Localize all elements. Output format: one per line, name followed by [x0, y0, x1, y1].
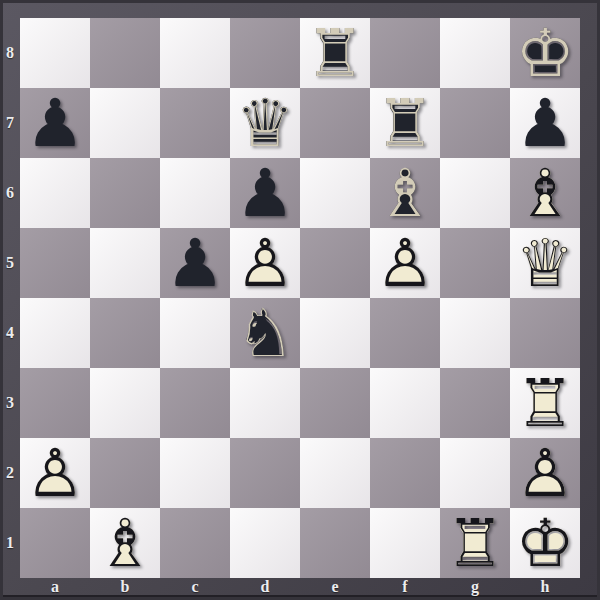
black-pawn-glyph: ♟	[230, 158, 300, 228]
file-label-d: d	[230, 577, 300, 596]
square-b2[interactable]	[90, 438, 160, 508]
square-b1[interactable]: ♝♗	[90, 508, 160, 578]
square-a2[interactable]: ♟♙	[20, 438, 90, 508]
rank-label-3: 3	[0, 368, 20, 438]
black-king-outline-glyph: ♔	[510, 18, 580, 88]
square-d5[interactable]: ♟♙	[230, 228, 300, 298]
piece-black-queen[interactable]: ♛♕	[230, 88, 300, 158]
piece-black-pawn[interactable]: ♟	[230, 158, 300, 228]
black-rook-outline-glyph: ♖	[300, 18, 370, 88]
square-g8[interactable]	[440, 18, 510, 88]
white-pawn-outline-glyph: ♙	[20, 438, 90, 508]
black-rook-outline-glyph: ♖	[370, 88, 440, 158]
square-e7[interactable]	[300, 88, 370, 158]
square-g3[interactable]	[440, 368, 510, 438]
square-h1[interactable]: ♚♔	[510, 508, 580, 578]
black-pawn-glyph: ♟	[20, 88, 90, 158]
square-c8[interactable]	[160, 18, 230, 88]
black-queen-outline-glyph: ♕	[230, 88, 300, 158]
square-c2[interactable]	[160, 438, 230, 508]
chess-board: ♜♖♚♔♟♛♕♜♖♟♟♝♗♝♗♟♟♙♟♙♛♕♞♘♜♖♟♙♟♙♝♗♜♖♚♔	[20, 18, 580, 578]
square-a3[interactable]	[20, 368, 90, 438]
piece-white-pawn[interactable]: ♟♙	[510, 438, 580, 508]
square-c4[interactable]	[160, 298, 230, 368]
white-bishop-outline-glyph: ♗	[90, 508, 160, 578]
square-a4[interactable]	[20, 298, 90, 368]
rank-label-2: 2	[0, 438, 20, 508]
square-g4[interactable]	[440, 298, 510, 368]
square-c5[interactable]: ♟	[160, 228, 230, 298]
square-a8[interactable]	[20, 18, 90, 88]
piece-white-bishop[interactable]: ♝♗	[510, 158, 580, 228]
white-pawn-outline-glyph: ♙	[370, 228, 440, 298]
white-queen-outline-glyph: ♕	[510, 228, 580, 298]
square-g2[interactable]	[440, 438, 510, 508]
file-label-f: f	[370, 577, 440, 596]
piece-black-knight[interactable]: ♞♘	[230, 298, 300, 368]
square-e3[interactable]	[300, 368, 370, 438]
square-d4[interactable]: ♞♘	[230, 298, 300, 368]
file-label-c: c	[160, 577, 230, 596]
square-b5[interactable]	[90, 228, 160, 298]
square-f2[interactable]	[370, 438, 440, 508]
file-label-b: b	[90, 577, 160, 596]
piece-black-rook[interactable]: ♜♖	[300, 18, 370, 88]
rank-label-7: 7	[0, 88, 20, 158]
square-h7[interactable]: ♟	[510, 88, 580, 158]
piece-black-pawn[interactable]: ♟	[510, 88, 580, 158]
rank-label-1: 1	[0, 508, 20, 578]
square-f3[interactable]	[370, 368, 440, 438]
rank-label-6: 6	[0, 158, 20, 228]
piece-black-pawn[interactable]: ♟	[20, 88, 90, 158]
square-h5[interactable]: ♛♕	[510, 228, 580, 298]
square-d8[interactable]	[230, 18, 300, 88]
piece-white-pawn[interactable]: ♟♙	[230, 228, 300, 298]
square-b4[interactable]	[90, 298, 160, 368]
square-h2[interactable]: ♟♙	[510, 438, 580, 508]
square-e5[interactable]	[300, 228, 370, 298]
square-e2[interactable]	[300, 438, 370, 508]
square-b3[interactable]	[90, 368, 160, 438]
square-f6[interactable]: ♝♗	[370, 158, 440, 228]
square-c7[interactable]	[160, 88, 230, 158]
square-f4[interactable]	[370, 298, 440, 368]
piece-white-rook[interactable]: ♜♖	[510, 368, 580, 438]
square-g7[interactable]	[440, 88, 510, 158]
file-label-a: a	[20, 577, 90, 596]
piece-black-pawn[interactable]: ♟	[160, 228, 230, 298]
piece-black-bishop[interactable]: ♝♗	[370, 158, 440, 228]
square-b6[interactable]	[90, 158, 160, 228]
square-g6[interactable]	[440, 158, 510, 228]
white-rook-outline-glyph: ♖	[510, 368, 580, 438]
piece-white-queen[interactable]: ♛♕	[510, 228, 580, 298]
rank-labels: 87654321	[0, 18, 20, 578]
rank-label-8: 8	[0, 18, 20, 88]
square-e4[interactable]	[300, 298, 370, 368]
file-label-e: e	[300, 577, 370, 596]
rank-label-4: 4	[0, 298, 20, 368]
piece-black-king[interactable]: ♚♔	[510, 18, 580, 88]
square-a1[interactable]	[20, 508, 90, 578]
piece-white-pawn[interactable]: ♟♙	[20, 438, 90, 508]
square-e1[interactable]	[300, 508, 370, 578]
square-a6[interactable]	[20, 158, 90, 228]
white-pawn-outline-glyph: ♙	[230, 228, 300, 298]
square-d2[interactable]	[230, 438, 300, 508]
square-b7[interactable]	[90, 88, 160, 158]
square-b8[interactable]	[90, 18, 160, 88]
square-c3[interactable]	[160, 368, 230, 438]
square-d7[interactable]: ♛♕	[230, 88, 300, 158]
piece-white-rook[interactable]: ♜♖	[440, 508, 510, 578]
square-h3[interactable]: ♜♖	[510, 368, 580, 438]
white-bishop-outline-glyph: ♗	[510, 158, 580, 228]
piece-white-king[interactable]: ♚♔	[510, 508, 580, 578]
square-f8[interactable]	[370, 18, 440, 88]
black-pawn-glyph: ♟	[510, 88, 580, 158]
square-g1[interactable]: ♜♖	[440, 508, 510, 578]
piece-black-rook[interactable]: ♜♖	[370, 88, 440, 158]
rank-label-5: 5	[0, 228, 20, 298]
square-e8[interactable]: ♜♖	[300, 18, 370, 88]
chess-board-frame: ♜♖♚♔♟♛♕♜♖♟♟♝♗♝♗♟♟♙♟♙♛♕♞♘♜♖♟♙♟♙♝♗♜♖♚♔ 876…	[0, 0, 600, 600]
square-h6[interactable]: ♝♗	[510, 158, 580, 228]
square-a5[interactable]	[20, 228, 90, 298]
square-h4[interactable]	[510, 298, 580, 368]
file-labels: abcdefgh	[20, 577, 580, 596]
white-king-outline-glyph: ♔	[510, 508, 580, 578]
square-f1[interactable]	[370, 508, 440, 578]
square-a7[interactable]: ♟	[20, 88, 90, 158]
piece-white-pawn[interactable]: ♟♙	[370, 228, 440, 298]
black-pawn-glyph: ♟	[160, 228, 230, 298]
square-h8[interactable]: ♚♔	[510, 18, 580, 88]
file-label-g: g	[440, 577, 510, 596]
white-pawn-outline-glyph: ♙	[510, 438, 580, 508]
square-f5[interactable]: ♟♙	[370, 228, 440, 298]
square-g5[interactable]	[440, 228, 510, 298]
black-knight-outline-glyph: ♘	[230, 298, 300, 368]
piece-white-bishop[interactable]: ♝♗	[90, 508, 160, 578]
square-e6[interactable]	[300, 158, 370, 228]
file-label-h: h	[510, 577, 580, 596]
white-rook-outline-glyph: ♖	[440, 508, 510, 578]
black-bishop-outline-glyph: ♗	[370, 158, 440, 228]
square-f7[interactable]: ♜♖	[370, 88, 440, 158]
square-d6[interactable]: ♟	[230, 158, 300, 228]
square-d1[interactable]	[230, 508, 300, 578]
square-c1[interactable]	[160, 508, 230, 578]
square-c6[interactable]	[160, 158, 230, 228]
square-d3[interactable]	[230, 368, 300, 438]
